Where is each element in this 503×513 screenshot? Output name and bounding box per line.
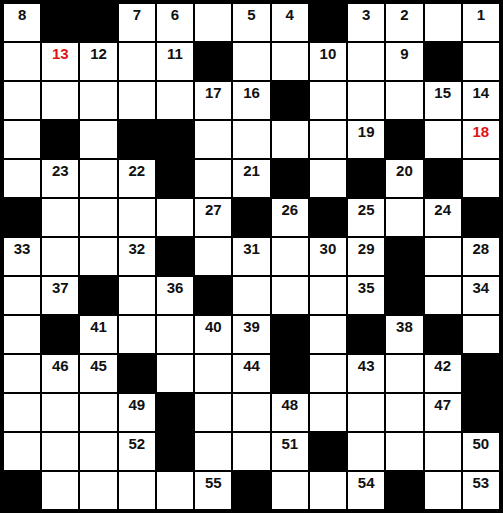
block-cell-r4c11	[386, 121, 422, 158]
cell-r6c5[interactable]	[157, 199, 193, 236]
cell-r2c1[interactable]	[4, 43, 40, 80]
cell-r11c6[interactable]	[195, 394, 231, 431]
block-cell-r12c5	[157, 433, 193, 470]
cell-r1c13[interactable]: 1	[463, 4, 499, 41]
cell-r2c7[interactable]	[233, 43, 269, 80]
cell-r8c7[interactable]	[233, 277, 269, 314]
clue-number-51: 51	[272, 436, 308, 451]
cell-r12c1[interactable]	[4, 433, 40, 470]
cell-r1c6[interactable]	[195, 4, 231, 41]
block-cell-r7c11	[386, 238, 422, 275]
cell-r3c13[interactable]: 14	[463, 82, 499, 119]
cell-r5c1[interactable]	[4, 160, 40, 197]
cell-r13c13[interactable]: 53	[463, 472, 499, 509]
cell-r3c2[interactable]	[42, 82, 78, 119]
cell-r11c8[interactable]: 48	[272, 394, 308, 431]
block-cell-r9c2	[42, 316, 78, 353]
cell-r1c12[interactable]	[425, 4, 461, 41]
cell-r11c7[interactable]	[233, 394, 269, 431]
crossword-board: 8765432113121110917161514191823222120272…	[0, 0, 503, 513]
clue-number-13: 13	[42, 46, 78, 61]
cell-r12c12[interactable]	[425, 433, 461, 470]
cell-r4c10[interactable]: 19	[348, 121, 384, 158]
cell-r5c9[interactable]	[310, 160, 346, 197]
block-cell-r6c9	[310, 199, 346, 236]
cell-r8c1[interactable]	[4, 277, 40, 314]
clue-number-52: 52	[119, 436, 155, 451]
block-cell-r4c5	[157, 121, 193, 158]
clue-number-24: 24	[425, 202, 461, 217]
cell-r10c7[interactable]: 44	[233, 355, 269, 392]
block-cell-r13c7	[233, 472, 269, 509]
block-cell-r9c8	[272, 316, 308, 353]
cell-r2c13[interactable]	[463, 43, 499, 80]
block-cell-r1c2	[42, 4, 78, 41]
clue-number-53: 53	[463, 475, 499, 490]
cell-r5c11[interactable]: 20	[386, 160, 422, 197]
cell-r10c3[interactable]: 45	[80, 355, 116, 392]
cell-r8c13[interactable]: 34	[463, 277, 499, 314]
cell-r6c12[interactable]: 24	[425, 199, 461, 236]
cell-r3c10[interactable]	[348, 82, 384, 119]
cell-r11c10[interactable]	[348, 394, 384, 431]
clue-number-37: 37	[42, 280, 78, 295]
clue-number-31: 31	[233, 241, 269, 256]
cell-r8c12[interactable]	[425, 277, 461, 314]
clue-number-3: 3	[348, 7, 384, 22]
cell-r12c11[interactable]	[386, 433, 422, 470]
block-cell-r13c1	[4, 472, 40, 509]
clue-number-46: 46	[42, 358, 78, 373]
clue-number-42: 42	[425, 358, 461, 373]
cell-r5c4[interactable]: 22	[119, 160, 155, 197]
clue-number-2: 2	[386, 7, 422, 22]
clue-number-44: 44	[233, 358, 269, 373]
cell-r3c3[interactable]	[80, 82, 116, 119]
cell-r6c4[interactable]	[119, 199, 155, 236]
cell-r1c1[interactable]: 8	[4, 4, 40, 41]
cell-r10c11[interactable]	[386, 355, 422, 392]
block-cell-r6c7	[233, 199, 269, 236]
cell-r7c2[interactable]	[42, 238, 78, 275]
cell-r13c5[interactable]	[157, 472, 193, 509]
cell-r2c2[interactable]: 13	[42, 43, 78, 80]
cell-r3c1[interactable]	[4, 82, 40, 119]
clue-number-1: 1	[463, 7, 499, 22]
cell-r6c8[interactable]: 26	[272, 199, 308, 236]
cell-r11c9[interactable]	[310, 394, 346, 431]
cell-r4c9[interactable]	[310, 121, 346, 158]
cell-r9c7[interactable]: 39	[233, 316, 269, 353]
block-cell-r9c12	[425, 316, 461, 353]
cell-r3c6[interactable]: 17	[195, 82, 231, 119]
clue-number-9: 9	[386, 46, 422, 61]
cell-r9c5[interactable]	[157, 316, 193, 353]
block-cell-r1c3	[80, 4, 116, 41]
cell-r4c13[interactable]: 18	[463, 121, 499, 158]
cell-r9c6[interactable]: 40	[195, 316, 231, 353]
cell-r13c12[interactable]	[425, 472, 461, 509]
clue-number-30: 30	[310, 241, 346, 256]
cell-r10c10[interactable]: 43	[348, 355, 384, 392]
cell-r8c5[interactable]: 36	[157, 277, 193, 314]
clue-number-48: 48	[272, 397, 308, 412]
clue-number-11: 11	[157, 46, 193, 61]
cell-r13c4[interactable]	[119, 472, 155, 509]
cell-r7c9[interactable]: 30	[310, 238, 346, 275]
cell-r11c11[interactable]	[386, 394, 422, 431]
block-cell-r10c8	[272, 355, 308, 392]
cell-r8c8[interactable]	[272, 277, 308, 314]
cell-r9c11[interactable]: 38	[386, 316, 422, 353]
cell-r7c13[interactable]: 28	[463, 238, 499, 275]
clue-number-39: 39	[233, 319, 269, 334]
clue-number-7: 7	[119, 7, 155, 22]
block-cell-r5c8	[272, 160, 308, 197]
cell-r10c1[interactable]	[4, 355, 40, 392]
cell-r1c5[interactable]: 6	[157, 4, 193, 41]
clue-number-25: 25	[348, 202, 384, 217]
clue-number-41: 41	[80, 319, 116, 334]
cell-r6c6[interactable]: 27	[195, 199, 231, 236]
block-cell-r10c13	[463, 355, 499, 392]
cell-r2c8[interactable]	[272, 43, 308, 80]
cell-r13c10[interactable]: 54	[348, 472, 384, 509]
cell-r9c4[interactable]	[119, 316, 155, 353]
clue-number-45: 45	[80, 358, 116, 373]
cell-r12c3[interactable]	[80, 433, 116, 470]
block-cell-r12c9	[310, 433, 346, 470]
cell-r11c1[interactable]	[4, 394, 40, 431]
cell-r11c12[interactable]: 47	[425, 394, 461, 431]
clue-number-12: 12	[80, 46, 116, 61]
cell-r1c10[interactable]: 3	[348, 4, 384, 41]
cell-r13c8[interactable]	[272, 472, 308, 509]
clue-number-36: 36	[157, 280, 193, 295]
cell-r7c12[interactable]	[425, 238, 461, 275]
clue-number-55: 55	[195, 475, 231, 490]
block-cell-r11c13	[463, 394, 499, 431]
clue-number-4: 4	[272, 7, 308, 22]
cell-r4c3[interactable]	[80, 121, 116, 158]
cell-r2c5[interactable]: 11	[157, 43, 193, 80]
cell-r8c2[interactable]: 37	[42, 277, 78, 314]
cell-r12c13[interactable]: 50	[463, 433, 499, 470]
block-cell-r9c10	[348, 316, 384, 353]
clue-number-38: 38	[386, 319, 422, 334]
cell-r6c10[interactable]: 25	[348, 199, 384, 236]
cell-r3c5[interactable]	[157, 82, 193, 119]
cell-r7c3[interactable]	[80, 238, 116, 275]
block-cell-r4c2	[42, 121, 78, 158]
block-cell-r1c9	[310, 4, 346, 41]
clue-number-14: 14	[463, 85, 499, 100]
cell-r5c2[interactable]: 23	[42, 160, 78, 197]
cell-r7c8[interactable]	[272, 238, 308, 275]
clue-number-18: 18	[463, 124, 499, 139]
cell-r10c9[interactable]	[310, 355, 346, 392]
clue-number-15: 15	[425, 85, 461, 100]
clue-number-29: 29	[348, 241, 384, 256]
cell-r6c11[interactable]	[386, 199, 422, 236]
clue-number-17: 17	[195, 85, 231, 100]
cell-r2c4[interactable]	[119, 43, 155, 80]
cell-r1c7[interactable]: 5	[233, 4, 269, 41]
cell-r11c3[interactable]	[80, 394, 116, 431]
cell-r11c4[interactable]: 49	[119, 394, 155, 431]
cell-r5c13[interactable]	[463, 160, 499, 197]
cell-r12c4[interactable]: 52	[119, 433, 155, 470]
cell-r4c7[interactable]	[233, 121, 269, 158]
clue-number-50: 50	[463, 436, 499, 451]
cell-r10c12[interactable]: 42	[425, 355, 461, 392]
cell-r10c2[interactable]: 46	[42, 355, 78, 392]
cell-r9c9[interactable]	[310, 316, 346, 353]
block-cell-r8c3	[80, 277, 116, 314]
cell-r13c6[interactable]: 55	[195, 472, 231, 509]
cell-r10c6[interactable]	[195, 355, 231, 392]
cell-r13c9[interactable]	[310, 472, 346, 509]
cell-r12c8[interactable]: 51	[272, 433, 308, 470]
cell-r9c13[interactable]	[463, 316, 499, 353]
clue-number-22: 22	[119, 163, 155, 178]
clue-number-5: 5	[233, 7, 269, 22]
clue-number-20: 20	[386, 163, 422, 178]
cell-r10c5[interactable]	[157, 355, 193, 392]
clue-number-28: 28	[463, 241, 499, 256]
cell-r13c3[interactable]	[80, 472, 116, 509]
block-cell-r2c12	[425, 43, 461, 80]
cell-r2c3[interactable]: 12	[80, 43, 116, 80]
block-cell-r6c13	[463, 199, 499, 236]
cell-r4c1[interactable]	[4, 121, 40, 158]
clue-number-19: 19	[348, 124, 384, 139]
clue-number-8: 8	[4, 7, 40, 22]
clue-number-33: 33	[4, 241, 40, 256]
cell-r7c10[interactable]: 29	[348, 238, 384, 275]
cell-r13c2[interactable]	[42, 472, 78, 509]
cell-r4c8[interactable]	[272, 121, 308, 158]
clue-number-16: 16	[233, 85, 269, 100]
cell-r6c3[interactable]	[80, 199, 116, 236]
cell-r1c4[interactable]: 7	[119, 4, 155, 41]
cell-r4c6[interactable]	[195, 121, 231, 158]
cell-r9c3[interactable]: 41	[80, 316, 116, 353]
cell-r7c1[interactable]: 33	[4, 238, 40, 275]
cell-r11c2[interactable]	[42, 394, 78, 431]
clue-number-21: 21	[233, 163, 269, 178]
clue-number-40: 40	[195, 319, 231, 334]
cell-r8c9[interactable]	[310, 277, 346, 314]
cell-r3c9[interactable]	[310, 82, 346, 119]
cell-r2c10[interactable]	[348, 43, 384, 80]
cell-r7c7[interactable]: 31	[233, 238, 269, 275]
block-cell-r8c6	[195, 277, 231, 314]
clue-number-6: 6	[157, 7, 193, 22]
block-cell-r5c5	[157, 160, 193, 197]
cell-r12c2[interactable]	[42, 433, 78, 470]
clue-number-10: 10	[310, 46, 346, 61]
cell-r5c6[interactable]	[195, 160, 231, 197]
clue-number-23: 23	[42, 163, 78, 178]
block-cell-r5c12	[425, 160, 461, 197]
cell-r8c4[interactable]	[119, 277, 155, 314]
cell-r2c11[interactable]: 9	[386, 43, 422, 80]
cell-r3c11[interactable]	[386, 82, 422, 119]
cell-r1c8[interactable]: 4	[272, 4, 308, 41]
block-cell-r6c1	[4, 199, 40, 236]
block-cell-r3c8	[272, 82, 308, 119]
block-cell-r8c11	[386, 277, 422, 314]
block-cell-r11c5	[157, 394, 193, 431]
cell-r12c10[interactable]	[348, 433, 384, 470]
cell-r3c12[interactable]: 15	[425, 82, 461, 119]
clue-number-26: 26	[272, 202, 308, 217]
block-cell-r4c4	[119, 121, 155, 158]
block-cell-r10c4	[119, 355, 155, 392]
cell-r3c7[interactable]: 16	[233, 82, 269, 119]
cell-r8c10[interactable]: 35	[348, 277, 384, 314]
block-cell-r2c6	[195, 43, 231, 80]
cell-r5c7[interactable]: 21	[233, 160, 269, 197]
cell-r7c4[interactable]: 32	[119, 238, 155, 275]
cell-r5c3[interactable]	[80, 160, 116, 197]
cell-r7c6[interactable]	[195, 238, 231, 275]
cell-r6c2[interactable]	[42, 199, 78, 236]
cell-r9c1[interactable]	[4, 316, 40, 353]
clue-number-27: 27	[195, 202, 231, 217]
cell-r3c4[interactable]	[119, 82, 155, 119]
clue-number-35: 35	[348, 280, 384, 295]
block-cell-r7c5	[157, 238, 193, 275]
clue-number-54: 54	[348, 475, 384, 490]
clue-number-32: 32	[119, 241, 155, 256]
cell-r1c11[interactable]: 2	[386, 4, 422, 41]
cell-r4c12[interactable]	[425, 121, 461, 158]
cell-r12c6[interactable]	[195, 433, 231, 470]
clue-number-34: 34	[463, 280, 499, 295]
cell-r2c9[interactable]: 10	[310, 43, 346, 80]
block-cell-r13c11	[386, 472, 422, 509]
cell-r12c7[interactable]	[233, 433, 269, 470]
clue-number-49: 49	[119, 397, 155, 412]
clue-number-47: 47	[425, 397, 461, 412]
clue-number-43: 43	[348, 358, 384, 373]
block-cell-r5c10	[348, 160, 384, 197]
